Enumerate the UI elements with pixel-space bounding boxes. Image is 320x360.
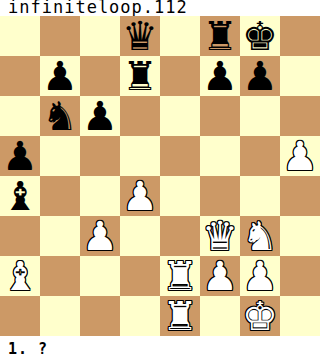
white-pawn[interactable]: ♟ — [242, 256, 278, 296]
square-b3[interactable] — [40, 216, 80, 256]
square-e6[interactable] — [160, 96, 200, 136]
square-g7[interactable]: ♟ — [240, 56, 280, 96]
square-d6[interactable] — [120, 96, 160, 136]
square-b6[interactable]: ♞ — [40, 96, 80, 136]
black-pawn[interactable]: ♟ — [42, 56, 78, 96]
square-d1[interactable] — [120, 296, 160, 336]
square-h6[interactable] — [280, 96, 320, 136]
square-a4[interactable]: ♝ — [0, 176, 40, 216]
square-g1[interactable]: ♚ — [240, 296, 280, 336]
square-h4[interactable] — [280, 176, 320, 216]
square-a1[interactable] — [0, 296, 40, 336]
square-c2[interactable] — [80, 256, 120, 296]
square-g3[interactable]: ♞ — [240, 216, 280, 256]
square-f3[interactable]: ♛ — [200, 216, 240, 256]
square-h1[interactable] — [280, 296, 320, 336]
square-e2[interactable]: ♜ — [160, 256, 200, 296]
square-g4[interactable] — [240, 176, 280, 216]
white-pawn[interactable]: ♟ — [282, 136, 318, 176]
square-f1[interactable] — [200, 296, 240, 336]
white-rook[interactable]: ♜ — [162, 296, 198, 336]
white-queen[interactable]: ♛ — [202, 216, 238, 256]
square-b2[interactable] — [40, 256, 80, 296]
white-king[interactable]: ♚ — [242, 296, 278, 336]
black-king[interactable]: ♚ — [242, 16, 278, 56]
black-rook[interactable]: ♜ — [122, 56, 158, 96]
square-d4[interactable]: ♟ — [120, 176, 160, 216]
square-c8[interactable] — [80, 16, 120, 56]
square-c7[interactable] — [80, 56, 120, 96]
square-b1[interactable] — [40, 296, 80, 336]
square-h8[interactable] — [280, 16, 320, 56]
black-bishop[interactable]: ♝ — [2, 176, 38, 216]
square-h5[interactable]: ♟ — [280, 136, 320, 176]
white-pawn[interactable]: ♟ — [82, 216, 118, 256]
square-c4[interactable] — [80, 176, 120, 216]
square-f2[interactable]: ♟ — [200, 256, 240, 296]
square-c3[interactable]: ♟ — [80, 216, 120, 256]
square-e8[interactable] — [160, 16, 200, 56]
square-f6[interactable] — [200, 96, 240, 136]
square-b8[interactable] — [40, 16, 80, 56]
square-f7[interactable]: ♟ — [200, 56, 240, 96]
square-e5[interactable] — [160, 136, 200, 176]
square-d2[interactable] — [120, 256, 160, 296]
square-c5[interactable] — [80, 136, 120, 176]
square-f4[interactable] — [200, 176, 240, 216]
square-g6[interactable] — [240, 96, 280, 136]
black-pawn[interactable]: ♟ — [2, 136, 38, 176]
chess-board: ♛♜♚♟♜♟♟♞♟♟♟♝♟♟♛♞♝♜♟♟♜♚ — [0, 16, 320, 336]
black-rook[interactable]: ♜ — [202, 16, 238, 56]
square-d7[interactable]: ♜ — [120, 56, 160, 96]
square-a6[interactable] — [0, 96, 40, 136]
square-a7[interactable] — [0, 56, 40, 96]
square-c6[interactable]: ♟ — [80, 96, 120, 136]
black-pawn[interactable]: ♟ — [202, 56, 238, 96]
white-pawn[interactable]: ♟ — [202, 256, 238, 296]
square-b5[interactable] — [40, 136, 80, 176]
square-e1[interactable]: ♜ — [160, 296, 200, 336]
square-d8[interactable]: ♛ — [120, 16, 160, 56]
square-g2[interactable]: ♟ — [240, 256, 280, 296]
square-a8[interactable] — [0, 16, 40, 56]
square-e4[interactable] — [160, 176, 200, 216]
square-g5[interactable] — [240, 136, 280, 176]
square-a3[interactable] — [0, 216, 40, 256]
white-knight[interactable]: ♞ — [242, 216, 278, 256]
white-bishop[interactable]: ♝ — [2, 256, 38, 296]
square-h7[interactable] — [280, 56, 320, 96]
square-g8[interactable]: ♚ — [240, 16, 280, 56]
square-d3[interactable] — [120, 216, 160, 256]
white-rook[interactable]: ♜ — [162, 256, 198, 296]
square-a2[interactable]: ♝ — [0, 256, 40, 296]
square-a5[interactable]: ♟ — [0, 136, 40, 176]
square-f8[interactable]: ♜ — [200, 16, 240, 56]
xboard-window: infiniteloop.112 ♛♜♚♟♜♟♟♞♟♟♟♝♟♟♛♞♝♜♟♟♜♚ … — [0, 0, 320, 360]
black-pawn[interactable]: ♟ — [242, 56, 278, 96]
white-pawn[interactable]: ♟ — [122, 176, 158, 216]
square-b4[interactable] — [40, 176, 80, 216]
square-c1[interactable] — [80, 296, 120, 336]
square-e3[interactable] — [160, 216, 200, 256]
black-knight[interactable]: ♞ — [42, 96, 78, 136]
square-e7[interactable] — [160, 56, 200, 96]
square-d5[interactable] — [120, 136, 160, 176]
square-f5[interactable] — [200, 136, 240, 176]
square-h2[interactable] — [280, 256, 320, 296]
move-prompt: 1. ? — [0, 336, 320, 360]
black-queen[interactable]: ♛ — [122, 16, 158, 56]
square-h3[interactable] — [280, 216, 320, 256]
black-pawn[interactable]: ♟ — [82, 96, 118, 136]
square-b7[interactable]: ♟ — [40, 56, 80, 96]
